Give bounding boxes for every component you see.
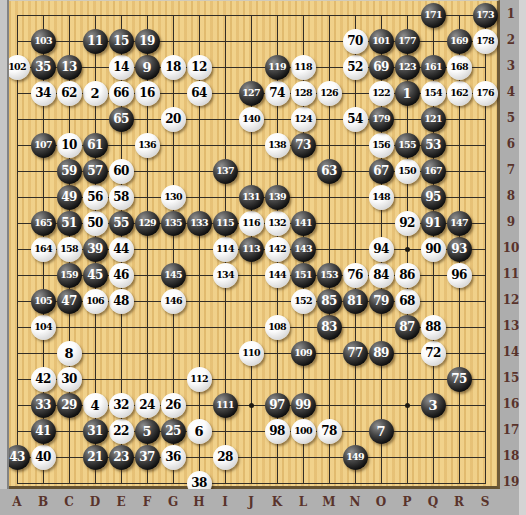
stone-black-61-D6[interactable]: 61	[83, 133, 108, 158]
stone-white-86-P11[interactable]: 86	[395, 263, 420, 288]
stone-move-number: 95	[425, 191, 441, 203]
stone-move-number: 110	[242, 348, 259, 358]
stone-black-1-P4[interactable]: 1	[395, 81, 420, 106]
row-label-15: 15	[501, 371, 521, 385]
stone-move-number: 114	[216, 244, 233, 254]
stone-move-number: 150	[398, 166, 415, 176]
column-label-L: L	[299, 495, 307, 509]
stone-white-164-B10[interactable]: 164	[31, 237, 56, 262]
stone-move-number: 16	[139, 87, 155, 99]
stone-black-167-Q7[interactable]: 167	[421, 159, 446, 184]
stone-white-162-R4[interactable]: 162	[447, 81, 472, 106]
stone-black-165-B9[interactable]: 165	[31, 211, 56, 236]
stone-move-number: 52	[347, 61, 363, 73]
column-label-J: J	[248, 495, 254, 509]
stone-move-number: 134	[216, 270, 233, 280]
stone-black-107-B6[interactable]: 107	[31, 133, 56, 158]
column-label-B: B	[38, 495, 48, 509]
stone-move-number: 155	[398, 140, 415, 150]
stone-white-74-K4[interactable]: 74	[265, 81, 290, 106]
stone-move-number: 85	[321, 295, 337, 307]
stone-black-91-Q9[interactable]: 91	[421, 211, 446, 236]
stone-move-number: 67	[373, 165, 389, 177]
row-label-6: 6	[501, 137, 521, 151]
stone-black-35-B3[interactable]: 35	[31, 55, 56, 80]
stone-move-number: 48	[113, 295, 129, 307]
stone-move-number: 107	[34, 140, 51, 150]
stone-white-136-F6[interactable]: 136	[135, 133, 160, 158]
stone-white-54-N5[interactable]: 54	[343, 107, 368, 132]
stone-move-number: 81	[347, 295, 363, 307]
stone-white-140-J5[interactable]: 140	[239, 107, 264, 132]
stone-move-number: 60	[113, 165, 129, 177]
stone-white-72-Q14[interactable]: 72	[421, 341, 446, 366]
stone-black-7-O17[interactable]: 7	[369, 419, 394, 444]
stone-move-number: 88	[425, 321, 441, 333]
row-label-5: 5	[501, 111, 521, 125]
stone-white-108-K13[interactable]: 108	[265, 315, 290, 340]
stone-move-number: 2	[90, 87, 99, 100]
stone-black-149-N18[interactable]: 149	[343, 445, 368, 470]
stone-move-number: 118	[294, 62, 311, 72]
stone-move-number: 39	[87, 243, 103, 255]
stone-move-number: 90	[425, 243, 441, 255]
stone-move-number: 51	[61, 217, 77, 229]
stone-white-58-E8[interactable]: 58	[109, 185, 134, 210]
stone-black-11-D2[interactable]: 11	[83, 29, 108, 54]
stone-move-number: 26	[165, 399, 181, 411]
stone-black-97-K16[interactable]: 97	[265, 393, 290, 418]
stone-move-number: 63	[321, 165, 337, 177]
stone-white-168-R3[interactable]: 168	[447, 55, 472, 80]
stone-black-55-E9[interactable]: 55	[109, 211, 134, 236]
stone-white-104-B13[interactable]: 104	[31, 315, 56, 340]
stone-white-62-C4[interactable]: 62	[57, 81, 82, 106]
stone-black-93-R10[interactable]: 93	[447, 237, 472, 262]
stone-move-number: 98	[269, 425, 285, 437]
stone-black-49-C8[interactable]: 49	[57, 185, 82, 210]
row-label-2: 2	[501, 33, 521, 47]
stone-black-111-I16[interactable]: 111	[213, 393, 238, 418]
stone-move-number: 154	[424, 88, 441, 98]
stone-black-47-C12[interactable]: 47	[57, 289, 82, 314]
stone-black-59-C7[interactable]: 59	[57, 159, 82, 184]
stone-move-number: 36	[165, 451, 181, 463]
stone-move-number: 79	[373, 295, 389, 307]
stone-white-52-N3[interactable]: 52	[343, 55, 368, 80]
stone-move-number: 75	[451, 373, 467, 385]
stone-move-number: 108	[268, 322, 285, 332]
stone-white-66-E4[interactable]: 66	[109, 81, 134, 106]
stone-black-3-Q16[interactable]: 3	[421, 393, 446, 418]
column-label-P: P	[402, 495, 411, 509]
stone-white-126-M4[interactable]: 126	[317, 81, 342, 106]
stone-move-number: 104	[34, 322, 51, 332]
left-frame-rail	[0, 0, 9, 489]
stone-move-number: 119	[268, 62, 285, 72]
stone-black-161-Q3[interactable]: 161	[421, 55, 446, 80]
stone-black-53-Q6[interactable]: 53	[421, 133, 446, 158]
stone-move-number: 103	[34, 36, 51, 46]
stone-black-83-M13[interactable]: 83	[317, 315, 342, 340]
stone-move-number: 165	[34, 218, 51, 228]
stone-move-number: 47	[61, 295, 77, 307]
stone-white-14-E3[interactable]: 14	[109, 55, 134, 80]
stone-move-number: 105	[34, 296, 51, 306]
stone-black-109-L14[interactable]: 109	[291, 341, 316, 366]
stone-move-number: 100	[294, 426, 311, 436]
stone-white-32-E16[interactable]: 32	[109, 393, 134, 418]
stone-move-number: 176	[476, 88, 493, 98]
row-label-17: 17	[501, 423, 521, 437]
stone-move-number: 53	[425, 139, 441, 151]
stone-white-46-E11[interactable]: 46	[109, 263, 134, 288]
stone-move-number: 148	[372, 192, 389, 202]
stone-black-119-K3[interactable]: 119	[265, 55, 290, 80]
stone-black-31-D17[interactable]: 31	[83, 419, 108, 444]
stone-white-94-O10[interactable]: 94	[369, 237, 394, 262]
stone-move-number: 77	[347, 347, 363, 359]
stone-black-173-S1[interactable]: 173	[473, 3, 498, 28]
stone-white-114-I10[interactable]: 114	[213, 237, 238, 262]
stone-move-number: 56	[87, 191, 103, 203]
stone-move-number: 167	[424, 166, 441, 176]
stone-white-78-M17[interactable]: 78	[317, 419, 342, 444]
stone-move-number: 66	[113, 87, 129, 99]
stone-black-177-P2[interactable]: 177	[395, 29, 420, 54]
stone-white-110-J14[interactable]: 110	[239, 341, 264, 366]
stone-move-number: 34	[35, 87, 51, 99]
stone-black-79-O12[interactable]: 79	[369, 289, 394, 314]
stone-black-169-R2[interactable]: 169	[447, 29, 472, 54]
stone-white-146-G12[interactable]: 146	[161, 289, 186, 314]
stone-white-158-C10[interactable]: 158	[57, 237, 82, 262]
stone-white-132-K9[interactable]: 132	[265, 211, 290, 236]
stone-white-8-C14[interactable]: 8	[57, 341, 82, 366]
stone-move-number: 156	[372, 140, 389, 150]
stone-black-41-B17[interactable]: 41	[31, 419, 56, 444]
stone-white-68-P12[interactable]: 68	[395, 289, 420, 314]
stone-black-135-G9[interactable]: 135	[161, 211, 186, 236]
stone-move-number: 112	[190, 374, 207, 384]
stone-move-number: 149	[346, 452, 363, 462]
row-label-14: 14	[501, 345, 521, 359]
stone-white-12-H3[interactable]: 12	[187, 55, 212, 80]
stone-white-18-G3[interactable]: 18	[161, 55, 186, 80]
stone-white-2-D4[interactable]: 2	[83, 81, 108, 106]
stone-black-77-N14[interactable]: 77	[343, 341, 368, 366]
stone-move-number: 40	[35, 451, 51, 463]
stone-black-99-L16[interactable]: 99	[291, 393, 316, 418]
stone-white-154-Q4[interactable]: 154	[421, 81, 446, 106]
stone-black-121-Q5[interactable]: 121	[421, 107, 446, 132]
stone-black-9-F3[interactable]: 9	[135, 55, 160, 80]
stone-move-number: 178	[476, 36, 493, 46]
stone-white-152-L12[interactable]: 152	[291, 289, 316, 314]
stone-white-150-P7[interactable]: 150	[395, 159, 420, 184]
stone-move-number: 68	[399, 295, 415, 307]
stone-white-128-L4[interactable]: 128	[291, 81, 316, 106]
stone-white-70-N2[interactable]: 70	[343, 29, 368, 54]
stone-white-26-G16[interactable]: 26	[161, 393, 186, 418]
stone-move-number: 87	[399, 321, 415, 333]
stone-move-number: 162	[450, 88, 467, 98]
stone-move-number: 152	[294, 296, 311, 306]
stone-move-number: 72	[425, 347, 441, 359]
stone-black-133-H9[interactable]: 133	[187, 211, 212, 236]
row-label-18: 18	[501, 449, 521, 463]
stone-white-148-O8[interactable]: 148	[369, 185, 394, 210]
stone-move-number: 126	[320, 88, 337, 98]
stone-black-39-D10[interactable]: 39	[83, 237, 108, 262]
stone-white-40-B18[interactable]: 40	[31, 445, 56, 470]
stone-white-112-H15[interactable]: 112	[187, 367, 212, 392]
stone-move-number: 14	[113, 61, 129, 73]
stone-move-number: 145	[164, 270, 181, 280]
stone-white-98-K17[interactable]: 98	[265, 419, 290, 444]
stone-move-number: 57	[87, 165, 103, 177]
stone-white-28-I18[interactable]: 28	[213, 445, 238, 470]
row-label-13: 13	[501, 319, 521, 333]
stone-move-number: 116	[242, 218, 259, 228]
stone-move-number: 4	[90, 399, 99, 412]
row-label-8: 8	[501, 189, 521, 203]
stone-black-57-D7[interactable]: 57	[83, 159, 108, 184]
stone-black-113-J10[interactable]: 113	[239, 237, 264, 262]
stone-move-number: 25	[165, 425, 181, 437]
stone-white-142-K10[interactable]: 142	[265, 237, 290, 262]
stone-move-number: 111	[216, 400, 233, 410]
stone-white-44-E10[interactable]: 44	[109, 237, 134, 262]
stone-move-number: 151	[294, 270, 311, 280]
stone-black-159-C11[interactable]: 159	[57, 263, 82, 288]
stone-black-87-P13[interactable]: 87	[395, 315, 420, 340]
row-label-19: 19	[501, 475, 521, 489]
stone-white-88-Q13[interactable]: 88	[421, 315, 446, 340]
stone-move-number: 62	[61, 87, 77, 99]
stone-white-6-H17[interactable]: 6	[187, 419, 212, 444]
stone-white-178-S2[interactable]: 178	[473, 29, 498, 54]
stone-move-number: 92	[399, 217, 415, 229]
stone-move-number: 30	[61, 373, 77, 385]
column-label-D: D	[90, 495, 100, 509]
go-board[interactable]: 1234567891011121314151618192021222324252…	[9, 0, 500, 489]
stone-white-76-N11[interactable]: 76	[343, 263, 368, 288]
column-label-H: H	[193, 495, 204, 509]
stone-move-number: 9	[142, 61, 151, 74]
stone-white-122-O4[interactable]: 122	[369, 81, 394, 106]
stone-move-number: 12	[191, 61, 207, 73]
stone-white-48-E12[interactable]: 48	[109, 289, 134, 314]
stone-black-19-F2[interactable]: 19	[135, 29, 160, 54]
stone-black-15-E2[interactable]: 15	[109, 29, 134, 54]
stone-black-5-F17[interactable]: 5	[135, 419, 160, 444]
row-label-16: 16	[501, 397, 521, 411]
row-label-10: 10	[501, 241, 521, 255]
right-edge-highlight	[519, 0, 526, 515]
stone-move-number: 123	[398, 62, 415, 72]
stone-move-number: 99	[295, 399, 311, 411]
stone-black-21-D18[interactable]: 21	[83, 445, 108, 470]
stone-black-139-K8[interactable]: 139	[265, 185, 290, 210]
column-label-G: G	[168, 495, 178, 509]
stone-move-number: 64	[191, 87, 207, 99]
stone-black-145-G11[interactable]: 145	[161, 263, 186, 288]
stone-move-number: 139	[268, 192, 285, 202]
stone-move-number: 179	[372, 114, 389, 124]
stone-white-50-D9[interactable]: 50	[83, 211, 108, 236]
stone-white-22-E17[interactable]: 22	[109, 419, 134, 444]
stone-black-37-F18[interactable]: 37	[135, 445, 160, 470]
column-label-M: M	[322, 495, 335, 509]
stone-move-number: 136	[138, 140, 155, 150]
stone-black-73-L6[interactable]: 73	[291, 133, 316, 158]
stone-white-56-D8[interactable]: 56	[83, 185, 108, 210]
stone-black-151-L11[interactable]: 151	[291, 263, 316, 288]
stone-white-96-R11[interactable]: 96	[447, 263, 472, 288]
stone-white-42-B15[interactable]: 42	[31, 367, 56, 392]
column-label-I: I	[222, 495, 228, 509]
stone-white-138-K6[interactable]: 138	[265, 133, 290, 158]
column-label-R: R	[454, 495, 464, 509]
column-label-S: S	[481, 495, 490, 509]
stone-black-81-N12[interactable]: 81	[343, 289, 368, 314]
stone-black-23-E18[interactable]: 23	[109, 445, 134, 470]
stone-black-155-P6[interactable]: 155	[395, 133, 420, 158]
stone-move-number: 22	[113, 425, 129, 437]
stone-black-123-P3[interactable]: 123	[395, 55, 420, 80]
stone-white-134-I11[interactable]: 134	[213, 263, 238, 288]
stone-white-118-L3[interactable]: 118	[291, 55, 316, 80]
stone-black-29-C16[interactable]: 29	[57, 393, 82, 418]
stone-black-179-O5[interactable]: 179	[369, 107, 394, 132]
stone-white-124-L5[interactable]: 124	[291, 107, 316, 132]
stone-white-16-F4[interactable]: 16	[135, 81, 160, 106]
stone-white-34-B4[interactable]: 34	[31, 81, 56, 106]
stone-white-92-P9[interactable]: 92	[395, 211, 420, 236]
stone-white-106-D12[interactable]: 106	[83, 289, 108, 314]
stone-move-number: 124	[294, 114, 311, 124]
stone-move-number: 5	[142, 425, 151, 438]
stone-black-137-I7[interactable]: 137	[213, 159, 238, 184]
stone-black-89-O14[interactable]: 89	[369, 341, 394, 366]
stone-move-number: 132	[268, 218, 285, 228]
stone-white-24-F16[interactable]: 24	[135, 393, 160, 418]
stone-move-number: 35	[35, 61, 51, 73]
stone-move-number: 122	[372, 88, 389, 98]
stone-black-65-E5[interactable]: 65	[109, 107, 134, 132]
stone-white-10-C6[interactable]: 10	[57, 133, 82, 158]
column-label-Q: Q	[428, 495, 438, 509]
stone-black-75-R15[interactable]: 75	[447, 367, 472, 392]
stone-move-number: 24	[139, 399, 155, 411]
stone-black-141-L9[interactable]: 141	[291, 211, 316, 236]
stone-black-171-Q1[interactable]: 171	[421, 3, 446, 28]
stone-move-number: 54	[347, 113, 363, 125]
stone-white-84-O11[interactable]: 84	[369, 263, 394, 288]
stone-move-number: 28	[217, 451, 233, 463]
stone-black-143-L10[interactable]: 143	[291, 237, 316, 262]
stone-black-129-F9[interactable]: 129	[135, 211, 160, 236]
stone-white-90-Q10[interactable]: 90	[421, 237, 446, 262]
stone-white-130-G8[interactable]: 130	[161, 185, 186, 210]
stone-move-number: 38	[191, 477, 207, 489]
stone-black-127-J4[interactable]: 127	[239, 81, 264, 106]
stone-move-number: 109	[294, 348, 311, 358]
stone-white-64-H4[interactable]: 64	[187, 81, 212, 106]
stone-move-number: 42	[35, 373, 51, 385]
stone-white-20-G5[interactable]: 20	[161, 107, 186, 132]
stone-black-25-G17[interactable]: 25	[161, 419, 186, 444]
stone-black-63-M7[interactable]: 63	[317, 159, 342, 184]
stone-move-number: 7	[376, 425, 385, 438]
stone-black-69-O3[interactable]: 69	[369, 55, 394, 80]
stone-move-number: 153	[320, 270, 337, 280]
row-label-12: 12	[501, 293, 521, 307]
column-label-C: C	[64, 495, 74, 509]
stone-move-number: 13	[61, 61, 77, 73]
row-label-4: 4	[501, 85, 521, 99]
stone-white-60-E7[interactable]: 60	[109, 159, 134, 184]
stone-move-number: 146	[164, 296, 181, 306]
stone-move-number: 65	[113, 113, 129, 125]
stone-move-number: 58	[113, 191, 129, 203]
stone-black-115-I9[interactable]: 115	[213, 211, 238, 236]
stone-white-36-G18[interactable]: 36	[161, 445, 186, 470]
stone-move-number: 86	[399, 269, 415, 281]
stone-black-85-M12[interactable]: 85	[317, 289, 342, 314]
stone-move-number: 61	[87, 139, 103, 151]
stone-move-number: 147	[450, 218, 467, 228]
stone-white-100-L17[interactable]: 100	[291, 419, 316, 444]
stone-move-number: 32	[113, 399, 129, 411]
stone-move-number: 91	[425, 217, 441, 229]
stone-white-144-K11[interactable]: 144	[265, 263, 290, 288]
column-label-F: F	[143, 495, 152, 509]
stone-black-13-C3[interactable]: 13	[57, 55, 82, 80]
stone-move-number: 33	[35, 399, 51, 411]
stone-black-67-O7[interactable]: 67	[369, 159, 394, 184]
stone-move-number: 129	[138, 218, 155, 228]
stone-move-number: 78	[321, 425, 337, 437]
stone-black-103-B2[interactable]: 103	[31, 29, 56, 54]
stone-black-105-B12[interactable]: 105	[31, 289, 56, 314]
stone-white-176-S4[interactable]: 176	[473, 81, 498, 106]
stone-move-number: 138	[268, 140, 285, 150]
stone-move-number: 29	[61, 399, 77, 411]
stone-black-147-R9[interactable]: 147	[447, 211, 472, 236]
stone-white-156-O6[interactable]: 156	[369, 133, 394, 158]
stone-black-51-C9[interactable]: 51	[57, 211, 82, 236]
stone-move-number: 94	[373, 243, 389, 255]
stone-white-4-D16[interactable]: 4	[83, 393, 108, 418]
stone-white-116-J9[interactable]: 116	[239, 211, 264, 236]
stone-move-number: 3	[428, 399, 437, 412]
stone-black-95-Q8[interactable]: 95	[421, 185, 446, 210]
stone-move-number: 59	[61, 165, 77, 177]
stone-move-number: 84	[373, 269, 389, 281]
stone-black-131-J8[interactable]: 131	[239, 185, 264, 210]
stone-black-33-B16[interactable]: 33	[31, 393, 56, 418]
stone-move-number: 102	[8, 62, 25, 72]
stone-move-number: 37	[139, 451, 155, 463]
stone-white-30-C15[interactable]: 30	[57, 367, 82, 392]
stone-black-153-M11[interactable]: 153	[317, 263, 342, 288]
stone-black-101-O2[interactable]: 101	[369, 29, 394, 54]
row-label-1: 1	[501, 7, 521, 21]
stone-black-45-D11[interactable]: 45	[83, 263, 108, 288]
stone-move-number: 43	[9, 451, 25, 463]
